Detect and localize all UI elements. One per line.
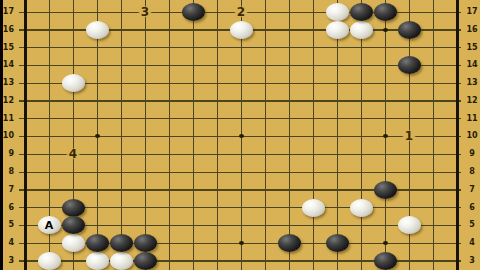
go-board[interactable]: 1234A17171616151514141313121211111010998… [0, 0, 480, 270]
grid-line-vertical [145, 0, 146, 270]
stone-black[interactable] [62, 216, 85, 234]
stone-black[interactable] [62, 199, 85, 217]
row-label-right: 13 [464, 78, 480, 88]
stone-black[interactable] [398, 21, 421, 39]
letterbox-strip [0, 0, 3, 270]
stone-white[interactable] [350, 21, 373, 39]
move-choice-marker[interactable]: 4 [64, 147, 82, 161]
row-label-left: 3 [2, 256, 14, 266]
grid-line-vertical [361, 0, 362, 270]
stone-black[interactable] [134, 234, 157, 252]
row-label-right: 16 [464, 25, 480, 35]
move-choice-marker[interactable]: 1 [400, 129, 418, 143]
row-label-right: 12 [464, 96, 480, 106]
row-label-left: 8 [2, 167, 14, 177]
move-choice-marker[interactable]: 2 [232, 5, 250, 19]
row-label-left: 9 [2, 149, 14, 159]
row-label-right: 8 [464, 167, 480, 177]
go-diagram-screen: 1234A17171616151514141313121211111010998… [0, 0, 480, 270]
stone-black[interactable] [374, 252, 397, 270]
row-label-right: 15 [464, 43, 480, 53]
star-point [383, 28, 388, 32]
board-edge-line-vertical [24, 0, 27, 270]
row-label-left: 17 [2, 7, 14, 17]
row-label-left: 12 [2, 96, 14, 106]
stone-white[interactable] [350, 199, 373, 217]
row-label-left: 11 [2, 114, 14, 124]
stone-white[interactable] [110, 252, 133, 270]
stone-black[interactable] [182, 3, 205, 21]
grid-line-vertical [433, 0, 434, 270]
stone-white[interactable] [326, 3, 349, 21]
stone-white[interactable]: A [38, 216, 61, 234]
row-label-left: 10 [2, 131, 14, 141]
row-label-left: 15 [2, 43, 14, 53]
stone-black[interactable] [326, 234, 349, 252]
grid-line-vertical [265, 0, 266, 270]
row-label-left: 5 [2, 220, 14, 230]
row-label-left: 14 [2, 60, 14, 70]
stone-white[interactable] [398, 216, 421, 234]
stone-white[interactable] [62, 74, 85, 92]
grid-line-vertical [193, 0, 194, 270]
stone-white[interactable] [326, 21, 349, 39]
row-label-right: 11 [464, 114, 480, 124]
row-label-left: 13 [2, 78, 14, 88]
row-label-right: 6 [464, 203, 480, 213]
row-label-right: 14 [464, 60, 480, 70]
grid-line-vertical [313, 0, 314, 270]
row-label-left: 4 [2, 238, 14, 248]
row-label-left: 16 [2, 25, 14, 35]
star-point [95, 134, 100, 138]
stone-white[interactable] [302, 199, 325, 217]
stone-white[interactable] [86, 21, 109, 39]
row-label-right: 9 [464, 149, 480, 159]
row-label-right: 4 [464, 238, 480, 248]
row-label-right: 5 [464, 220, 480, 230]
star-point [239, 134, 244, 138]
row-label-left: 7 [2, 185, 14, 195]
move-choice-marker[interactable]: 3 [136, 5, 154, 19]
stone-white[interactable] [86, 252, 109, 270]
stone-white[interactable] [38, 252, 61, 270]
board-edge-line-vertical [456, 0, 459, 270]
row-label-right: 17 [464, 7, 480, 17]
stone-black[interactable] [110, 234, 133, 252]
grid-line-vertical [289, 0, 290, 270]
grid-line-vertical [337, 0, 338, 270]
stone-black[interactable] [134, 252, 157, 270]
row-label-right: 10 [464, 131, 480, 141]
stone-white[interactable] [62, 234, 85, 252]
stone-white[interactable] [230, 21, 253, 39]
row-label-left: 6 [2, 203, 14, 213]
grid-line-vertical [121, 0, 122, 270]
stone-black[interactable] [86, 234, 109, 252]
star-point [239, 241, 244, 245]
stone-label: A [45, 220, 54, 231]
stone-black[interactable] [350, 3, 373, 21]
grid-line-vertical [169, 0, 170, 270]
grid-line-vertical [217, 0, 218, 270]
star-point [383, 134, 388, 138]
row-label-right: 7 [464, 185, 480, 195]
stone-black[interactable] [398, 56, 421, 74]
stone-black[interactable] [278, 234, 301, 252]
star-point [383, 241, 388, 245]
stone-black[interactable] [374, 181, 397, 199]
stone-black[interactable] [374, 3, 397, 21]
row-label-right: 3 [464, 256, 480, 266]
